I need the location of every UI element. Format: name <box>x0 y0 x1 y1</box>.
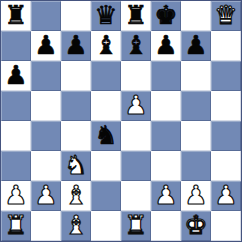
square-f2[interactable]: ♟ <box>151 181 181 211</box>
piece-white-bishop[interactable]: ♝ <box>64 211 87 240</box>
square-b1[interactable] <box>31 211 61 241</box>
square-g7[interactable]: ♟ <box>181 31 211 61</box>
square-h5[interactable] <box>211 91 241 121</box>
square-g3[interactable] <box>181 151 211 181</box>
square-a4[interactable] <box>1 121 31 151</box>
square-d8[interactable]: ♛ <box>91 1 121 31</box>
square-e2[interactable] <box>121 181 151 211</box>
square-h8[interactable]: ♛ <box>211 1 241 31</box>
square-h4[interactable] <box>211 121 241 151</box>
piece-white-pawn[interactable]: ♟ <box>214 181 237 210</box>
square-f8[interactable]: ♚ <box>151 1 181 31</box>
square-e6[interactable] <box>121 61 151 91</box>
piece-black-knight[interactable]: ♞ <box>94 121 117 150</box>
piece-black-king[interactable]: ♚ <box>154 1 177 30</box>
piece-white-pawn[interactable]: ♟ <box>154 181 177 210</box>
square-g5[interactable] <box>181 91 211 121</box>
square-b3[interactable] <box>31 151 61 181</box>
square-g8[interactable] <box>181 1 211 31</box>
square-d1[interactable] <box>91 211 121 241</box>
square-h1[interactable] <box>211 211 241 241</box>
square-c2[interactable]: ♝ <box>61 181 91 211</box>
square-d7[interactable]: ♝ <box>91 31 121 61</box>
square-e3[interactable] <box>121 151 151 181</box>
piece-white-king[interactable]: ♚ <box>184 211 207 240</box>
square-e8[interactable]: ♜ <box>121 1 151 31</box>
chess-board-wrapper: ♜♛♜♚♛♟♟♝♝♟♟♟♟♞♞♟♟♝♟♟♟♜♝♜♚ <box>0 0 242 242</box>
square-e4[interactable] <box>121 121 151 151</box>
square-c5[interactable] <box>61 91 91 121</box>
square-f5[interactable] <box>151 91 181 121</box>
piece-white-pawn[interactable]: ♟ <box>124 91 147 120</box>
piece-white-pawn[interactable]: ♟ <box>34 181 57 210</box>
square-c3[interactable]: ♞ <box>61 151 91 181</box>
square-f3[interactable] <box>151 151 181 181</box>
square-e1[interactable]: ♜ <box>121 211 151 241</box>
piece-black-rook[interactable]: ♜ <box>4 1 27 30</box>
square-a8[interactable]: ♜ <box>1 1 31 31</box>
square-g1[interactable]: ♚ <box>181 211 211 241</box>
piece-white-rook[interactable]: ♜ <box>124 211 147 240</box>
piece-black-bishop[interactable]: ♝ <box>124 31 147 60</box>
square-d5[interactable] <box>91 91 121 121</box>
square-h7[interactable] <box>211 31 241 61</box>
piece-white-knight[interactable]: ♞ <box>64 151 87 180</box>
square-h2[interactable]: ♟ <box>211 181 241 211</box>
square-c7[interactable]: ♟ <box>61 31 91 61</box>
square-g4[interactable] <box>181 121 211 151</box>
square-e5[interactable]: ♟ <box>121 91 151 121</box>
square-d2[interactable] <box>91 181 121 211</box>
square-a5[interactable] <box>1 91 31 121</box>
square-b8[interactable] <box>31 1 61 31</box>
chess-board: ♜♛♜♚♛♟♟♝♝♟♟♟♟♞♞♟♟♝♟♟♟♜♝♜♚ <box>0 0 242 242</box>
square-a2[interactable]: ♟ <box>1 181 31 211</box>
square-d3[interactable] <box>91 151 121 181</box>
square-g2[interactable]: ♟ <box>181 181 211 211</box>
square-f6[interactable] <box>151 61 181 91</box>
square-b4[interactable] <box>31 121 61 151</box>
piece-black-rook[interactable]: ♜ <box>124 1 147 30</box>
square-a7[interactable] <box>1 31 31 61</box>
square-e7[interactable]: ♝ <box>121 31 151 61</box>
piece-black-pawn[interactable]: ♟ <box>34 31 57 60</box>
piece-white-pawn[interactable]: ♟ <box>184 181 207 210</box>
square-f4[interactable] <box>151 121 181 151</box>
piece-black-pawn[interactable]: ♟ <box>154 31 177 60</box>
square-d4[interactable]: ♞ <box>91 121 121 151</box>
piece-white-queen[interactable]: ♛ <box>214 1 237 30</box>
piece-black-queen[interactable]: ♛ <box>94 1 117 30</box>
piece-black-pawn[interactable]: ♟ <box>184 31 207 60</box>
square-b5[interactable] <box>31 91 61 121</box>
square-c6[interactable] <box>61 61 91 91</box>
square-a1[interactable]: ♜ <box>1 211 31 241</box>
piece-black-bishop[interactable]: ♝ <box>94 31 117 60</box>
square-a6[interactable]: ♟ <box>1 61 31 91</box>
square-h3[interactable] <box>211 151 241 181</box>
square-h6[interactable] <box>211 61 241 91</box>
piece-white-rook[interactable]: ♜ <box>4 211 27 240</box>
square-d6[interactable] <box>91 61 121 91</box>
square-b6[interactable] <box>31 61 61 91</box>
square-g6[interactable] <box>181 61 211 91</box>
piece-white-bishop[interactable]: ♝ <box>64 181 87 210</box>
piece-black-pawn[interactable]: ♟ <box>4 61 27 90</box>
square-f1[interactable] <box>151 211 181 241</box>
square-a3[interactable] <box>1 151 31 181</box>
square-c4[interactable] <box>61 121 91 151</box>
square-b7[interactable]: ♟ <box>31 31 61 61</box>
square-c1[interactable]: ♝ <box>61 211 91 241</box>
square-b2[interactable]: ♟ <box>31 181 61 211</box>
square-f7[interactable]: ♟ <box>151 31 181 61</box>
square-c8[interactable] <box>61 1 91 31</box>
piece-white-pawn[interactable]: ♟ <box>4 181 27 210</box>
piece-black-pawn[interactable]: ♟ <box>64 31 87 60</box>
